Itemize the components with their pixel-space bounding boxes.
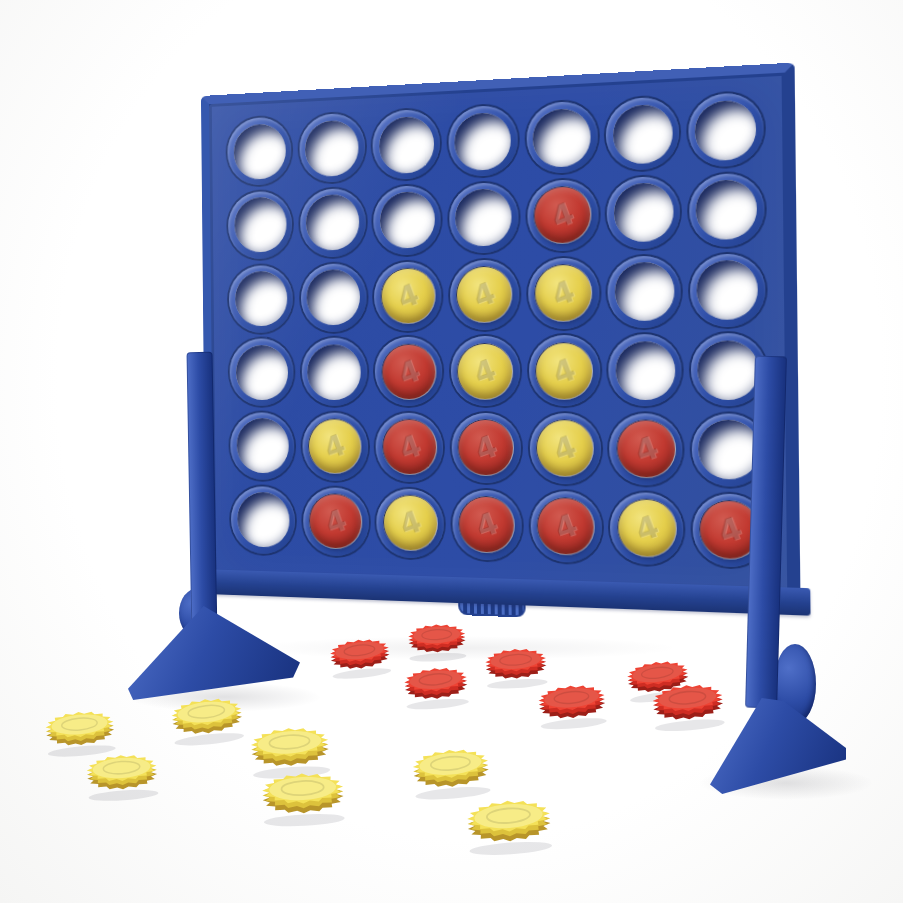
hole-rim bbox=[301, 338, 367, 407]
embossed-4: 4 bbox=[451, 336, 521, 407]
hole-rim bbox=[373, 185, 441, 256]
embossed-4: 4 bbox=[376, 413, 444, 482]
left-stand-leg bbox=[187, 352, 218, 638]
hole bbox=[379, 115, 434, 174]
hole: 4 bbox=[534, 264, 592, 323]
yellow-disc: 4 bbox=[457, 267, 512, 323]
hole-rim bbox=[526, 101, 598, 175]
embossed-4: 4 bbox=[610, 492, 684, 564]
board-cell-r2c5[interactable]: 4 bbox=[522, 175, 603, 255]
hole: 4 bbox=[458, 419, 515, 476]
board-cell-r4c1[interactable] bbox=[226, 335, 298, 409]
board-cell-r5c2[interactable]: 4 bbox=[298, 409, 372, 484]
board-cell-r2c1[interactable] bbox=[224, 187, 296, 263]
embossed-4: 4 bbox=[530, 491, 602, 562]
embossed-4: 4 bbox=[450, 259, 520, 330]
yellow-disc: 4 bbox=[381, 268, 434, 323]
hole bbox=[697, 340, 759, 400]
board-cell-r6c6[interactable]: 4 bbox=[605, 488, 688, 569]
hole: 4 bbox=[381, 343, 436, 400]
yellow-disc: 4 bbox=[384, 495, 437, 550]
yellow-disc: 4 bbox=[309, 420, 361, 474]
hole-rim bbox=[299, 113, 365, 184]
hole bbox=[307, 344, 361, 400]
board-cell-r1c4[interactable] bbox=[444, 101, 522, 181]
hole bbox=[234, 197, 286, 253]
board-cell-r2c2[interactable] bbox=[296, 184, 370, 261]
red-disc: 4 bbox=[459, 420, 514, 475]
hole: 4 bbox=[616, 420, 676, 479]
hole-rim bbox=[301, 263, 367, 332]
board-cell-r3c6[interactable] bbox=[603, 251, 686, 331]
hole bbox=[612, 103, 672, 164]
hole-rim bbox=[300, 188, 366, 258]
board-cell-r5c1[interactable] bbox=[226, 409, 298, 483]
yellow-disc: 4 bbox=[535, 265, 591, 322]
hole bbox=[696, 260, 758, 321]
embossed-4: 4 bbox=[374, 261, 442, 331]
hole bbox=[455, 188, 512, 247]
hole: 4 bbox=[535, 342, 593, 400]
board-cell-r4c4[interactable]: 4 bbox=[446, 333, 524, 410]
board-cell-r1c3[interactable] bbox=[369, 105, 445, 184]
hole-rim: 4 bbox=[527, 179, 599, 252]
board-cell-r2c7[interactable] bbox=[684, 169, 769, 252]
board-cell-r4c2[interactable] bbox=[297, 334, 371, 409]
board-cell-r4c6[interactable] bbox=[604, 331, 687, 410]
red-disc: 4 bbox=[534, 187, 590, 245]
board-cell-r6c3[interactable]: 4 bbox=[372, 485, 448, 562]
board-cell-r3c4[interactable]: 4 bbox=[446, 255, 524, 333]
embossed-4: 4 bbox=[451, 413, 521, 483]
hole: 4 bbox=[382, 419, 437, 476]
hole-rim: 4 bbox=[528, 335, 600, 406]
hole-rim: 4 bbox=[450, 259, 520, 330]
embossed-4: 4 bbox=[376, 488, 444, 557]
hole-rim: 4 bbox=[609, 413, 683, 486]
hole-rim: 4 bbox=[452, 489, 522, 561]
hole-rim bbox=[230, 338, 294, 406]
connect-four-photo-scene: 444444444444444444 bbox=[0, 0, 903, 903]
board-cell-r3c1[interactable] bbox=[225, 261, 297, 336]
hole bbox=[306, 194, 360, 251]
connect-four-board: 444444444444444444 bbox=[201, 63, 801, 612]
board-cell-r2c3[interactable] bbox=[369, 181, 445, 259]
board-cell-r1c5[interactable] bbox=[522, 97, 603, 178]
loose-red-disc[interactable] bbox=[326, 628, 395, 682]
hole-rim bbox=[373, 109, 441, 181]
board-cell-r1c7[interactable] bbox=[683, 88, 768, 172]
board-cell-r6c1[interactable] bbox=[227, 482, 299, 557]
hole-rim bbox=[231, 486, 296, 555]
hole-rim: 4 bbox=[375, 337, 443, 406]
yellow-disc: 4 bbox=[536, 343, 592, 399]
red-disc: 4 bbox=[382, 344, 435, 399]
board-cell-r1c2[interactable] bbox=[295, 109, 369, 187]
hole-rim bbox=[606, 96, 680, 171]
embossed-4: 4 bbox=[302, 412, 368, 480]
board-cell-r6c4[interactable]: 4 bbox=[448, 486, 526, 564]
hole: 4 bbox=[617, 498, 677, 558]
red-disc: 4 bbox=[310, 494, 362, 549]
hole-rim: 4 bbox=[610, 492, 684, 566]
hole-rim bbox=[449, 182, 519, 254]
hole bbox=[455, 112, 512, 172]
hole-rim bbox=[607, 255, 681, 328]
board-cell-r6c5[interactable]: 4 bbox=[526, 487, 607, 567]
hole-rim: 4 bbox=[374, 261, 442, 331]
hole: 4 bbox=[456, 266, 513, 324]
hole bbox=[236, 345, 289, 400]
hole-rim bbox=[688, 92, 764, 168]
embossed-4: 4 bbox=[528, 335, 600, 407]
hole bbox=[696, 179, 758, 240]
board-cell-r3c3[interactable]: 4 bbox=[370, 257, 446, 334]
hole-rim: 4 bbox=[529, 413, 601, 485]
loose-red-disc[interactable] bbox=[534, 674, 610, 733]
hole-rim bbox=[448, 105, 518, 178]
red-disc: 4 bbox=[460, 497, 515, 553]
board-cell-r3c5[interactable]: 4 bbox=[523, 253, 604, 332]
hole: 4 bbox=[459, 496, 516, 554]
hole-rim bbox=[607, 176, 681, 250]
loose-yellow-disc[interactable] bbox=[82, 743, 162, 804]
embossed-4: 4 bbox=[303, 487, 369, 555]
hole-rim: 4 bbox=[376, 413, 444, 483]
hole-rim: 4 bbox=[528, 257, 600, 329]
hole: 4 bbox=[457, 343, 514, 400]
hole: 4 bbox=[537, 497, 596, 556]
board-cell-r5c3[interactable]: 4 bbox=[372, 409, 448, 485]
hole-rim: 4 bbox=[302, 413, 368, 482]
hole-rim: 4 bbox=[451, 336, 521, 406]
hole bbox=[532, 107, 590, 167]
hole: 4 bbox=[380, 267, 435, 324]
yellow-disc: 4 bbox=[537, 421, 593, 477]
board-cell-r1c6[interactable] bbox=[601, 93, 684, 175]
hole-rim bbox=[229, 264, 293, 332]
embossed-4: 4 bbox=[529, 413, 601, 484]
board-cell-r5c4[interactable]: 4 bbox=[447, 410, 525, 487]
board-cell-r2c4[interactable] bbox=[445, 178, 523, 257]
hole bbox=[307, 269, 361, 325]
hole: 4 bbox=[536, 420, 594, 478]
hole bbox=[233, 123, 285, 180]
hole bbox=[695, 99, 757, 161]
hole bbox=[380, 191, 435, 249]
loose-red-disc[interactable] bbox=[400, 657, 472, 713]
loose-yellow-disc[interactable] bbox=[166, 686, 247, 750]
hole-rim bbox=[227, 116, 291, 186]
board-cell-r4c5[interactable]: 4 bbox=[524, 332, 605, 410]
embossed-4: 4 bbox=[527, 257, 599, 329]
loose-yellow-disc[interactable] bbox=[462, 787, 556, 860]
loose-yellow-disc[interactable] bbox=[257, 761, 348, 831]
loose-red-disc[interactable] bbox=[648, 673, 729, 736]
hole: 4 bbox=[383, 494, 438, 551]
hole-rim bbox=[689, 253, 765, 327]
hole bbox=[236, 419, 289, 474]
hole: 4 bbox=[308, 419, 362, 475]
hole-rim: 4 bbox=[451, 413, 521, 484]
board-cell-r5c5[interactable]: 4 bbox=[525, 410, 606, 488]
hole bbox=[613, 183, 673, 243]
hole-rim bbox=[689, 172, 765, 247]
board-cell-r2c6[interactable] bbox=[602, 172, 685, 253]
embossed-4: 4 bbox=[452, 490, 522, 560]
embossed-4: 4 bbox=[609, 413, 683, 485]
hole bbox=[237, 492, 290, 548]
embossed-4: 4 bbox=[375, 337, 443, 407]
board-cell-r1c1[interactable] bbox=[224, 113, 296, 190]
hole: 4 bbox=[533, 186, 591, 246]
board-cell-r5c6[interactable]: 4 bbox=[605, 410, 688, 490]
hole-rim: 4 bbox=[303, 487, 369, 557]
hole bbox=[615, 341, 675, 400]
hole: 4 bbox=[309, 493, 363, 550]
hole bbox=[305, 119, 359, 177]
hole-rim bbox=[228, 190, 292, 259]
hole bbox=[614, 262, 674, 322]
board-grid: 444444444444444444 bbox=[224, 88, 773, 571]
yellow-disc: 4 bbox=[618, 499, 676, 557]
hole bbox=[235, 271, 287, 327]
board-cell-r6c2[interactable]: 4 bbox=[299, 484, 373, 560]
red-disc: 4 bbox=[538, 498, 594, 555]
board-cell-r3c2[interactable] bbox=[297, 259, 371, 335]
yellow-disc: 4 bbox=[458, 344, 513, 399]
hole-rim bbox=[608, 334, 682, 406]
board-cell-r3c7[interactable] bbox=[685, 249, 770, 330]
red-disc: 4 bbox=[383, 420, 436, 475]
hole-rim bbox=[230, 412, 294, 480]
board-cell-r4c3[interactable]: 4 bbox=[371, 333, 447, 409]
hole-rim: 4 bbox=[530, 490, 602, 563]
embossed-4: 4 bbox=[527, 179, 599, 252]
red-disc: 4 bbox=[617, 421, 675, 478]
hole-rim: 4 bbox=[376, 488, 444, 559]
board-frame: 444444444444444444 bbox=[201, 63, 801, 612]
